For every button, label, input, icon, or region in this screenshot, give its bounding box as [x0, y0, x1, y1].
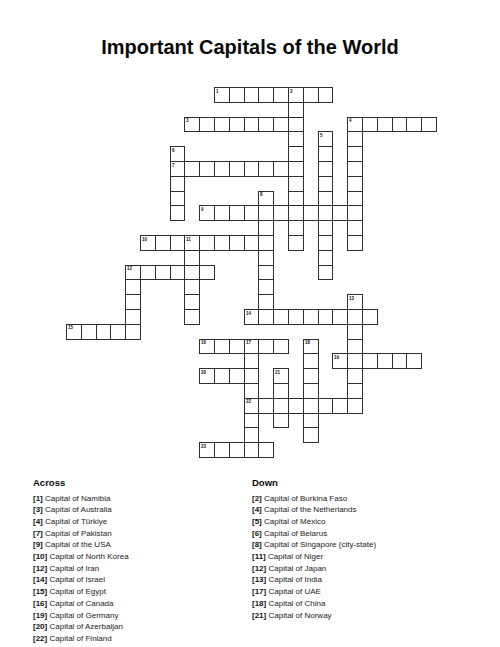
- grid-cell[interactable]: [332, 205, 348, 221]
- grid-cell[interactable]: [244, 117, 260, 133]
- clue-item-across-4: [4] Capital of Türkiye: [33, 516, 233, 528]
- grid-cell[interactable]: [258, 117, 274, 133]
- grid-cell[interactable]: [303, 353, 319, 369]
- grid-cell[interactable]: [258, 205, 274, 221]
- grid-cell[interactable]: [258, 398, 274, 414]
- grid-cell[interactable]: [288, 117, 304, 133]
- clue-item-down-8: [8] Capital of Singapore (city-state): [252, 539, 472, 551]
- clue-item-down-5: [5] Capital of Mexico: [252, 516, 472, 528]
- grid-cell[interactable]: 20: [199, 368, 215, 384]
- grid-cell[interactable]: [81, 324, 97, 340]
- grid-cell[interactable]: [318, 191, 334, 207]
- grid-cell[interactable]: [318, 309, 334, 325]
- grid-cell[interactable]: [170, 191, 186, 207]
- across-header: Across: [33, 477, 233, 488]
- grid-cell[interactable]: [229, 161, 245, 177]
- grid-cell[interactable]: [214, 339, 230, 355]
- grid-cell[interactable]: [303, 398, 319, 414]
- clue-number: 6: [172, 148, 175, 153]
- grid-cell[interactable]: [377, 117, 393, 133]
- clue-item-down-17: [17] Capital of UAE: [252, 586, 472, 598]
- clue-item-down-18: [18] Capital of China: [252, 598, 472, 610]
- grid-cell[interactable]: 22: [244, 398, 260, 414]
- grid-cell[interactable]: [229, 339, 245, 355]
- clue-number: 18: [305, 340, 310, 345]
- grid-cell[interactable]: [110, 324, 126, 340]
- clue-number: 9: [201, 207, 204, 212]
- down-clue-list: [2] Capital of Burkina Faso[4] Capital o…: [252, 493, 472, 622]
- grid-cell[interactable]: [170, 176, 186, 192]
- grid-cell[interactable]: [303, 309, 319, 325]
- grid-cell[interactable]: 4: [347, 117, 363, 133]
- clue-number: 4: [349, 118, 352, 123]
- grid-cell[interactable]: [362, 309, 378, 325]
- grid-cell[interactable]: 7: [170, 161, 186, 177]
- grid-cell[interactable]: [347, 161, 363, 177]
- grid-cell[interactable]: [288, 191, 304, 207]
- grid-cell[interactable]: [244, 87, 260, 103]
- grid-cell[interactable]: 5: [318, 131, 334, 147]
- grid-cell[interactable]: [258, 235, 274, 251]
- grid-cell[interactable]: 1: [214, 87, 230, 103]
- crossword-grid: 1234567891011121314151617221819202123: [66, 87, 442, 463]
- grid-cell[interactable]: [347, 309, 363, 325]
- grid-cell[interactable]: [288, 235, 304, 251]
- puzzle-title: Important Capitals of the World: [0, 36, 500, 59]
- grid-cell[interactable]: [303, 413, 319, 429]
- grid-cell[interactable]: [318, 235, 334, 251]
- clue-item-across-15: [15] Capital of Egypt: [33, 586, 233, 598]
- grid-cell[interactable]: [184, 309, 200, 325]
- grid-cell[interactable]: [273, 205, 289, 221]
- grid-cell[interactable]: [332, 398, 348, 414]
- clue-item-across-7: [7] Capital of Pakistan: [33, 528, 233, 540]
- grid-cell[interactable]: [244, 161, 260, 177]
- grid-cell[interactable]: [170, 265, 186, 281]
- grid-cell[interactable]: [273, 398, 289, 414]
- grid-cell[interactable]: 12: [125, 265, 141, 281]
- clue-item-down-21: [21] Capital of Norway: [252, 610, 472, 622]
- grid-cell[interactable]: [140, 265, 156, 281]
- clue-item-down-6: [6] Capital of Belarus: [252, 528, 472, 540]
- clue-number: 13: [349, 296, 354, 301]
- grid-cell[interactable]: 19: [332, 353, 348, 369]
- grid-cell[interactable]: [318, 146, 334, 162]
- clue-item-down-11: [11] Capital of Niger: [252, 551, 472, 563]
- grid-cell[interactable]: [258, 161, 274, 177]
- grid-cell[interactable]: [347, 339, 363, 355]
- clue-number: 11: [186, 237, 191, 242]
- grid-cell[interactable]: [244, 383, 260, 399]
- grid-cell[interactable]: [199, 265, 215, 281]
- grid-cell[interactable]: [303, 205, 319, 221]
- grid-cell[interactable]: [258, 442, 274, 458]
- clue-number: 5: [320, 133, 323, 138]
- grid-cell[interactable]: [214, 161, 230, 177]
- grid-cell[interactable]: [155, 265, 171, 281]
- grid-cell[interactable]: [184, 279, 200, 295]
- grid-cell[interactable]: [214, 205, 230, 221]
- clue-number: 19: [334, 355, 339, 360]
- grid-cell[interactable]: [229, 117, 245, 133]
- grid-cell[interactable]: [214, 368, 230, 384]
- grid-cell[interactable]: [347, 353, 363, 369]
- grid-cell[interactable]: 8: [258, 191, 274, 207]
- grid-cell[interactable]: [318, 205, 334, 221]
- clue-item-down-12: [12] Capital of Japan: [252, 563, 472, 575]
- grid-cell[interactable]: [392, 117, 408, 133]
- grid-cell[interactable]: [273, 339, 289, 355]
- grid-cell[interactable]: 15: [66, 324, 82, 340]
- clue-item-down-13: [13] Capital of India: [252, 574, 472, 586]
- grid-cell[interactable]: [421, 117, 437, 133]
- grid-cell[interactable]: [318, 398, 334, 414]
- grid-cell[interactable]: [244, 235, 260, 251]
- crossword-page: Important Capitals of the World 12345678…: [0, 0, 500, 647]
- grid-cell[interactable]: [125, 279, 141, 295]
- grid-cell[interactable]: [362, 353, 378, 369]
- grid-cell[interactable]: [170, 205, 186, 221]
- grid-cell[interactable]: [318, 161, 334, 177]
- grid-cell[interactable]: 18: [303, 339, 319, 355]
- grid-cell[interactable]: [229, 368, 245, 384]
- grid-cell[interactable]: [273, 309, 289, 325]
- clue-item-down-2: [2] Capital of Burkina Faso: [252, 493, 472, 505]
- grid-cell[interactable]: [288, 205, 304, 221]
- grid-cell[interactable]: [347, 191, 363, 207]
- grid-cell[interactable]: [303, 368, 319, 384]
- clue-number: 21: [275, 370, 280, 375]
- grid-cell[interactable]: [303, 427, 319, 443]
- down-header: Down: [252, 477, 472, 488]
- grid-cell[interactable]: [347, 146, 363, 162]
- across-clue-list: [1] Capital of Namibia[3] Capital of Aus…: [33, 493, 233, 647]
- clue-number: 22: [246, 399, 251, 404]
- grid-cell[interactable]: [273, 161, 289, 177]
- grid-cell[interactable]: [288, 220, 304, 236]
- grid-cell[interactable]: [214, 117, 230, 133]
- grid-cell[interactable]: [258, 339, 274, 355]
- clue-number: 15: [68, 325, 73, 330]
- grid-cell[interactable]: [332, 309, 348, 325]
- clue-number: 7: [172, 163, 175, 168]
- clue-item-across-1: [1] Capital of Namibia: [33, 493, 233, 505]
- grid-cell[interactable]: [318, 250, 334, 266]
- grid-cell[interactable]: [288, 102, 304, 118]
- grid-cell[interactable]: 14: [244, 309, 260, 325]
- grid-cell[interactable]: 13: [347, 294, 363, 310]
- grid-cell[interactable]: [199, 117, 215, 133]
- grid-cell[interactable]: [347, 368, 363, 384]
- clue-number: 2: [290, 89, 293, 94]
- grid-cell[interactable]: [303, 87, 319, 103]
- grid-cell[interactable]: [229, 205, 245, 221]
- clue-item-down-4: [4] Capital of the Netherlands: [252, 504, 472, 516]
- grid-cell[interactable]: 23: [199, 442, 215, 458]
- grid-cell[interactable]: 16: [199, 339, 215, 355]
- grid-cell[interactable]: 9: [199, 205, 215, 221]
- grid-cell[interactable]: [125, 294, 141, 310]
- grid-cell[interactable]: [377, 353, 393, 369]
- clue-number: 8: [260, 192, 263, 197]
- clue-number: 14: [246, 311, 251, 316]
- grid-cell[interactable]: [184, 294, 200, 310]
- grid-cell[interactable]: [303, 383, 319, 399]
- clue-item-across-12: [12] Capital of Iran: [33, 563, 233, 575]
- grid-cell[interactable]: [347, 220, 363, 236]
- grid-cell[interactable]: [258, 265, 274, 281]
- clue-item-across-10: [10] Capital of North Korea: [33, 551, 233, 563]
- down-clues-section: Down [2] Capital of Burkina Faso[4] Capi…: [252, 477, 472, 621]
- grid-cell[interactable]: [155, 235, 171, 251]
- clue-item-across-20: [20] Capital of Azerbaijan: [33, 621, 233, 633]
- clue-item-across-22: [22] Capital of Finland: [33, 633, 233, 645]
- grid-cell[interactable]: [288, 131, 304, 147]
- grid-cell[interactable]: [258, 250, 274, 266]
- grid-cell[interactable]: [347, 176, 363, 192]
- clue-number: 10: [142, 237, 147, 242]
- clue-number: 3: [186, 118, 189, 123]
- grid-cell[interactable]: [406, 353, 422, 369]
- grid-cell[interactable]: [273, 117, 289, 133]
- grid-cell[interactable]: [318, 87, 334, 103]
- grid-cell[interactable]: [362, 117, 378, 133]
- grid-cell[interactable]: [244, 442, 260, 458]
- grid-cell[interactable]: [392, 353, 408, 369]
- grid-cell[interactable]: [125, 309, 141, 325]
- grid-cell[interactable]: [347, 205, 363, 221]
- clue-item-across-19: [19] Capital of Germany: [33, 610, 233, 622]
- grid-cell[interactable]: [318, 176, 334, 192]
- grid-cell[interactable]: [347, 131, 363, 147]
- grid-cell[interactable]: [214, 442, 230, 458]
- grid-cell[interactable]: [244, 353, 260, 369]
- grid-cell[interactable]: [244, 368, 260, 384]
- clue-item-across-3: [3] Capital of Australia: [33, 504, 233, 516]
- grid-cell[interactable]: [258, 87, 274, 103]
- grid-cell[interactable]: [318, 265, 334, 281]
- grid-cell[interactable]: [258, 220, 274, 236]
- grid-cell[interactable]: 3: [184, 117, 200, 133]
- clue-number: 17: [246, 340, 251, 345]
- grid-cell[interactable]: [273, 413, 289, 429]
- clue-item-across-9: [9] Capital of the USA: [33, 539, 233, 551]
- grid-cell[interactable]: [229, 442, 245, 458]
- grid-cell[interactable]: [273, 87, 289, 103]
- grid-cell[interactable]: [184, 250, 200, 266]
- grid-cell[interactable]: [406, 117, 422, 133]
- grid-cell[interactable]: 21: [273, 368, 289, 384]
- grid-cell[interactable]: [244, 427, 260, 443]
- across-clues-section: Across [1] Capital of Namibia[3] Capital…: [33, 477, 233, 647]
- grid-cell[interactable]: [96, 324, 112, 340]
- grid-cell[interactable]: [288, 161, 304, 177]
- clue-number: 20: [201, 370, 206, 375]
- grid-cell[interactable]: [258, 309, 274, 325]
- grid-cell[interactable]: [347, 235, 363, 251]
- grid-cell[interactable]: [244, 205, 260, 221]
- grid-cell[interactable]: [318, 220, 334, 236]
- grid-cell[interactable]: [184, 161, 200, 177]
- grid-cell[interactable]: [273, 383, 289, 399]
- clue-number: 1: [216, 89, 219, 94]
- grid-cell[interactable]: [199, 161, 215, 177]
- grid-cell[interactable]: 10: [140, 235, 156, 251]
- grid-cell[interactable]: [184, 265, 200, 281]
- grid-cell[interactable]: [244, 413, 260, 429]
- grid-cell[interactable]: 6: [170, 146, 186, 162]
- clue-number: 23: [201, 444, 206, 449]
- grid-cell[interactable]: 2: [288, 87, 304, 103]
- grid-cell[interactable]: [347, 398, 363, 414]
- grid-cell[interactable]: 17: [244, 339, 260, 355]
- grid-cell[interactable]: [288, 146, 304, 162]
- grid-cell[interactable]: [258, 279, 274, 295]
- grid-cell[interactable]: [170, 235, 186, 251]
- grid-cell[interactable]: [199, 235, 215, 251]
- clue-item-across-16: [16] Capital of Canada: [33, 598, 233, 610]
- grid-cell[interactable]: [288, 176, 304, 192]
- clue-number: 16: [201, 340, 206, 345]
- grid-cell[interactable]: [125, 324, 141, 340]
- grid-cell[interactable]: [229, 235, 245, 251]
- grid-cell[interactable]: 11: [184, 235, 200, 251]
- grid-cell[interactable]: [288, 398, 304, 414]
- grid-cell[interactable]: [347, 324, 363, 340]
- grid-cell[interactable]: [214, 235, 230, 251]
- grid-cell[interactable]: [288, 309, 304, 325]
- grid-cell[interactable]: [258, 294, 274, 310]
- clue-item-across-14: [14] Capital of Israel: [33, 574, 233, 586]
- grid-cell[interactable]: [347, 383, 363, 399]
- clue-number: 12: [127, 266, 132, 271]
- grid-cell[interactable]: [229, 87, 245, 103]
